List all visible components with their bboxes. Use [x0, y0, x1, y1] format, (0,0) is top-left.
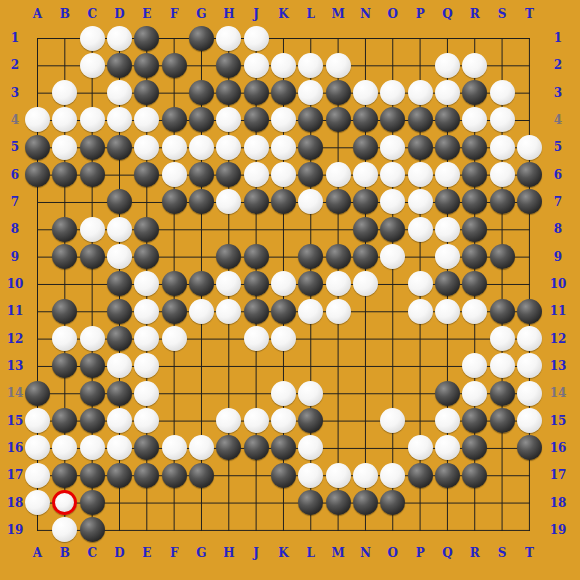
- row-label-left: 7: [11, 196, 19, 208]
- white-stone-C12: [80, 326, 105, 351]
- white-stone-S4: [490, 107, 515, 132]
- black-stone-M18: [326, 490, 351, 515]
- black-stone-N5: [353, 135, 378, 160]
- row-label-right: 2: [554, 59, 562, 71]
- black-stone-C9: [80, 244, 105, 269]
- black-stone-F4: [162, 107, 187, 132]
- black-stone-S9: [490, 244, 515, 269]
- black-stone-M9: [326, 244, 351, 269]
- white-stone-Q3: [435, 80, 460, 105]
- black-stone-J10: [244, 271, 269, 296]
- white-stone-M17: [326, 463, 351, 488]
- column-label-bottom: E: [142, 547, 151, 559]
- row-label-right: 12: [550, 333, 567, 345]
- white-stone-T5: [517, 135, 542, 160]
- white-stone-E14: [134, 381, 159, 406]
- black-stone-S15: [490, 408, 515, 433]
- column-label-top: J: [253, 8, 259, 20]
- white-stone-F6: [162, 162, 187, 187]
- row-label-left: 2: [11, 59, 19, 71]
- black-stone-G1: [189, 26, 214, 51]
- white-stone-K12: [271, 326, 296, 351]
- row-label-left: 3: [11, 87, 19, 99]
- black-stone-N18: [353, 490, 378, 515]
- white-stone-D8: [107, 217, 132, 242]
- black-stone-G17: [189, 463, 214, 488]
- black-stone-G6: [189, 162, 214, 187]
- row-label-left: 14: [7, 387, 24, 399]
- black-stone-P17: [408, 463, 433, 488]
- row-label-left: 4: [11, 114, 19, 126]
- row-label-right: 1: [554, 32, 562, 44]
- black-stone-R17: [462, 463, 487, 488]
- row-label-left: 16: [7, 442, 24, 454]
- white-stone-C4: [80, 107, 105, 132]
- row-label-left: 13: [7, 360, 24, 372]
- row-label-right: 6: [554, 169, 562, 181]
- black-stone-C15: [80, 408, 105, 433]
- white-stone-A17: [25, 463, 50, 488]
- row-label-left: 12: [7, 333, 24, 345]
- row-label-right: 18: [550, 497, 567, 509]
- column-label-bottom: D: [114, 547, 124, 559]
- white-stone-D15: [107, 408, 132, 433]
- black-stone-P4: [408, 107, 433, 132]
- white-stone-K14: [271, 381, 296, 406]
- white-stone-H1: [216, 26, 241, 51]
- white-stone-N3: [353, 80, 378, 105]
- white-stone-Q6: [435, 162, 460, 187]
- white-stone-A15: [25, 408, 50, 433]
- white-stone-P7: [408, 189, 433, 214]
- black-stone-T7: [517, 189, 542, 214]
- black-stone-J9: [244, 244, 269, 269]
- row-label-left: 17: [7, 469, 24, 481]
- column-label-bottom: Q: [442, 547, 452, 559]
- row-label-left: 15: [7, 415, 24, 427]
- white-stone-S12: [490, 326, 515, 351]
- black-stone-A5: [25, 135, 50, 160]
- white-stone-K15: [271, 408, 296, 433]
- white-stone-K6: [271, 162, 296, 187]
- white-stone-T12: [517, 326, 542, 351]
- white-stone-C16: [80, 435, 105, 460]
- black-stone-T6: [517, 162, 542, 187]
- white-stone-H5: [216, 135, 241, 160]
- column-label-top: S: [498, 8, 507, 20]
- white-stone-P6: [408, 162, 433, 187]
- column-label-bottom: T: [525, 547, 534, 559]
- black-stone-T16: [517, 435, 542, 460]
- row-label-right: 16: [550, 442, 567, 454]
- column-label-top: D: [114, 8, 124, 20]
- white-stone-R2: [462, 53, 487, 78]
- black-stone-B17: [52, 463, 77, 488]
- column-label-top: H: [223, 8, 234, 20]
- row-label-right: 3: [554, 87, 562, 99]
- black-stone-R5: [462, 135, 487, 160]
- column-label-bottom: P: [416, 547, 425, 559]
- black-stone-J7: [244, 189, 269, 214]
- white-stone-H11: [216, 299, 241, 324]
- white-stone-G11: [189, 299, 214, 324]
- white-stone-J1: [244, 26, 269, 51]
- column-label-bottom: R: [470, 547, 480, 559]
- black-stone-E2: [134, 53, 159, 78]
- black-stone-Q14: [435, 381, 460, 406]
- go-board[interactable]: AABBCCDDEEFFGGHHJJKKLLMMNNOOPPQQRRSSTT11…: [0, 0, 580, 580]
- black-stone-N8: [353, 217, 378, 242]
- white-stone-T15: [517, 408, 542, 433]
- black-stone-F7: [162, 189, 187, 214]
- white-stone-A18: [25, 490, 50, 515]
- black-stone-D12: [107, 326, 132, 351]
- column-label-top: Q: [442, 8, 452, 20]
- black-stone-C18: [80, 490, 105, 515]
- white-stone-K5: [271, 135, 296, 160]
- column-label-top: T: [525, 8, 534, 20]
- column-label-bottom: S: [498, 547, 507, 559]
- white-stone-S6: [490, 162, 515, 187]
- column-label-top: P: [416, 8, 425, 20]
- black-stone-C14: [80, 381, 105, 406]
- row-label-left: 11: [7, 305, 24, 317]
- black-stone-M4: [326, 107, 351, 132]
- black-stone-C5: [80, 135, 105, 160]
- black-stone-R8: [462, 217, 487, 242]
- black-stone-M3: [326, 80, 351, 105]
- black-stone-G3: [189, 80, 214, 105]
- white-stone-Q9: [435, 244, 460, 269]
- column-label-top: E: [142, 8, 151, 20]
- white-stone-L17: [298, 463, 323, 488]
- white-stone-J2: [244, 53, 269, 78]
- black-stone-S7: [490, 189, 515, 214]
- row-label-right: 15: [550, 415, 567, 427]
- column-label-top: M: [332, 8, 345, 20]
- row-label-right: 9: [554, 251, 562, 263]
- row-label-right: 14: [550, 387, 567, 399]
- white-stone-Q15: [435, 408, 460, 433]
- column-label-top: O: [388, 8, 398, 20]
- black-stone-O8: [380, 217, 405, 242]
- black-stone-E8: [134, 217, 159, 242]
- white-stone-D9: [107, 244, 132, 269]
- white-stone-T14: [517, 381, 542, 406]
- white-stone-J15: [244, 408, 269, 433]
- white-stone-L11: [298, 299, 323, 324]
- black-stone-J16: [244, 435, 269, 460]
- black-stone-J4: [244, 107, 269, 132]
- black-stone-Q5: [435, 135, 460, 160]
- white-stone-T13: [517, 353, 542, 378]
- white-stone-F12: [162, 326, 187, 351]
- black-stone-S11: [490, 299, 515, 324]
- white-stone-J5: [244, 135, 269, 160]
- row-label-right: 4: [554, 114, 562, 126]
- column-label-bottom: H: [223, 547, 234, 559]
- black-stone-Q17: [435, 463, 460, 488]
- white-stone-D3: [107, 80, 132, 105]
- white-stone-P8: [408, 217, 433, 242]
- black-stone-F11: [162, 299, 187, 324]
- white-stone-F5: [162, 135, 187, 160]
- row-label-left: 6: [11, 169, 19, 181]
- column-label-top: A: [33, 8, 42, 20]
- column-label-top: B: [60, 8, 70, 20]
- row-label-right: 5: [554, 141, 562, 153]
- white-stone-G5: [189, 135, 214, 160]
- row-label-left: 19: [7, 524, 24, 536]
- column-label-bottom: G: [196, 547, 206, 559]
- black-stone-L5: [298, 135, 323, 160]
- black-stone-F17: [162, 463, 187, 488]
- black-stone-C6: [80, 162, 105, 187]
- white-stone-O17: [380, 463, 405, 488]
- column-label-bottom: B: [60, 547, 70, 559]
- white-stone-S3: [490, 80, 515, 105]
- black-stone-D14: [107, 381, 132, 406]
- white-stone-Q11: [435, 299, 460, 324]
- column-label-bottom: L: [307, 547, 315, 559]
- black-stone-K3: [271, 80, 296, 105]
- white-stone-M2: [326, 53, 351, 78]
- row-label-left: 9: [11, 251, 19, 263]
- black-stone-D17: [107, 463, 132, 488]
- black-stone-A6: [25, 162, 50, 187]
- black-stone-B11: [52, 299, 77, 324]
- row-label-right: 8: [554, 223, 562, 235]
- black-stone-D11: [107, 299, 132, 324]
- white-stone-Q8: [435, 217, 460, 242]
- black-stone-M7: [326, 189, 351, 214]
- column-label-top: N: [360, 8, 371, 20]
- column-label-top: F: [170, 8, 179, 20]
- black-stone-D5: [107, 135, 132, 160]
- black-stone-P5: [408, 135, 433, 160]
- white-stone-J6: [244, 162, 269, 187]
- column-label-top: K: [278, 8, 288, 20]
- white-stone-B5: [52, 135, 77, 160]
- black-stone-F2: [162, 53, 187, 78]
- row-label-right: 17: [550, 469, 567, 481]
- white-stone-P10: [408, 271, 433, 296]
- black-stone-B8: [52, 217, 77, 242]
- white-stone-S13: [490, 353, 515, 378]
- black-stone-E17: [134, 463, 159, 488]
- black-stone-C19: [80, 517, 105, 542]
- black-stone-K11: [271, 299, 296, 324]
- row-label-left: 10: [7, 278, 24, 290]
- row-label-right: 13: [550, 360, 567, 372]
- row-label-right: 7: [554, 196, 562, 208]
- black-stone-J11: [244, 299, 269, 324]
- black-stone-A14: [25, 381, 50, 406]
- white-stone-P16: [408, 435, 433, 460]
- column-label-top: R: [470, 8, 480, 20]
- white-stone-P11: [408, 299, 433, 324]
- white-stone-M10: [326, 271, 351, 296]
- column-label-top: L: [307, 8, 315, 20]
- column-label-bottom: O: [388, 547, 398, 559]
- black-stone-N9: [353, 244, 378, 269]
- column-label-bottom: M: [332, 547, 345, 559]
- black-stone-T11: [517, 299, 542, 324]
- white-stone-J12: [244, 326, 269, 351]
- white-stone-O5: [380, 135, 405, 160]
- row-label-left: 5: [11, 141, 19, 153]
- white-stone-P3: [408, 80, 433, 105]
- white-stone-R14: [462, 381, 487, 406]
- white-stone-C8: [80, 217, 105, 242]
- column-label-bottom: K: [278, 547, 288, 559]
- column-label-bottom: F: [170, 547, 179, 559]
- white-stone-D1: [107, 26, 132, 51]
- white-stone-Q2: [435, 53, 460, 78]
- black-stone-K17: [271, 463, 296, 488]
- row-label-left: 1: [11, 32, 19, 44]
- black-stone-E1: [134, 26, 159, 51]
- row-label-right: 19: [550, 524, 567, 536]
- white-stone-B19: [52, 517, 77, 542]
- black-stone-C13: [80, 353, 105, 378]
- white-stone-L2: [298, 53, 323, 78]
- white-stone-M6: [326, 162, 351, 187]
- black-stone-S14: [490, 381, 515, 406]
- white-stone-C2: [80, 53, 105, 78]
- white-stone-F16: [162, 435, 187, 460]
- black-stone-J3: [244, 80, 269, 105]
- white-stone-S5: [490, 135, 515, 160]
- black-stone-H2: [216, 53, 241, 78]
- white-stone-C1: [80, 26, 105, 51]
- column-label-bottom: J: [253, 547, 259, 559]
- black-stone-C17: [80, 463, 105, 488]
- row-label-left: 18: [7, 497, 24, 509]
- white-stone-M11: [326, 299, 351, 324]
- column-label-bottom: N: [360, 547, 371, 559]
- column-label-top: C: [87, 8, 97, 20]
- row-label-right: 10: [550, 278, 567, 290]
- white-stone-N6: [353, 162, 378, 187]
- column-label-bottom: A: [33, 547, 42, 559]
- white-stone-E11: [134, 299, 159, 324]
- white-stone-R11: [462, 299, 487, 324]
- white-stone-E5: [134, 135, 159, 160]
- black-stone-D2: [107, 53, 132, 78]
- white-stone-K2: [271, 53, 296, 78]
- column-label-top: G: [196, 8, 206, 20]
- white-stone-N17: [353, 463, 378, 488]
- black-stone-F10: [162, 271, 187, 296]
- white-stone-L14: [298, 381, 323, 406]
- column-label-bottom: C: [87, 547, 97, 559]
- row-label-left: 8: [11, 223, 19, 235]
- row-label-right: 11: [550, 305, 567, 317]
